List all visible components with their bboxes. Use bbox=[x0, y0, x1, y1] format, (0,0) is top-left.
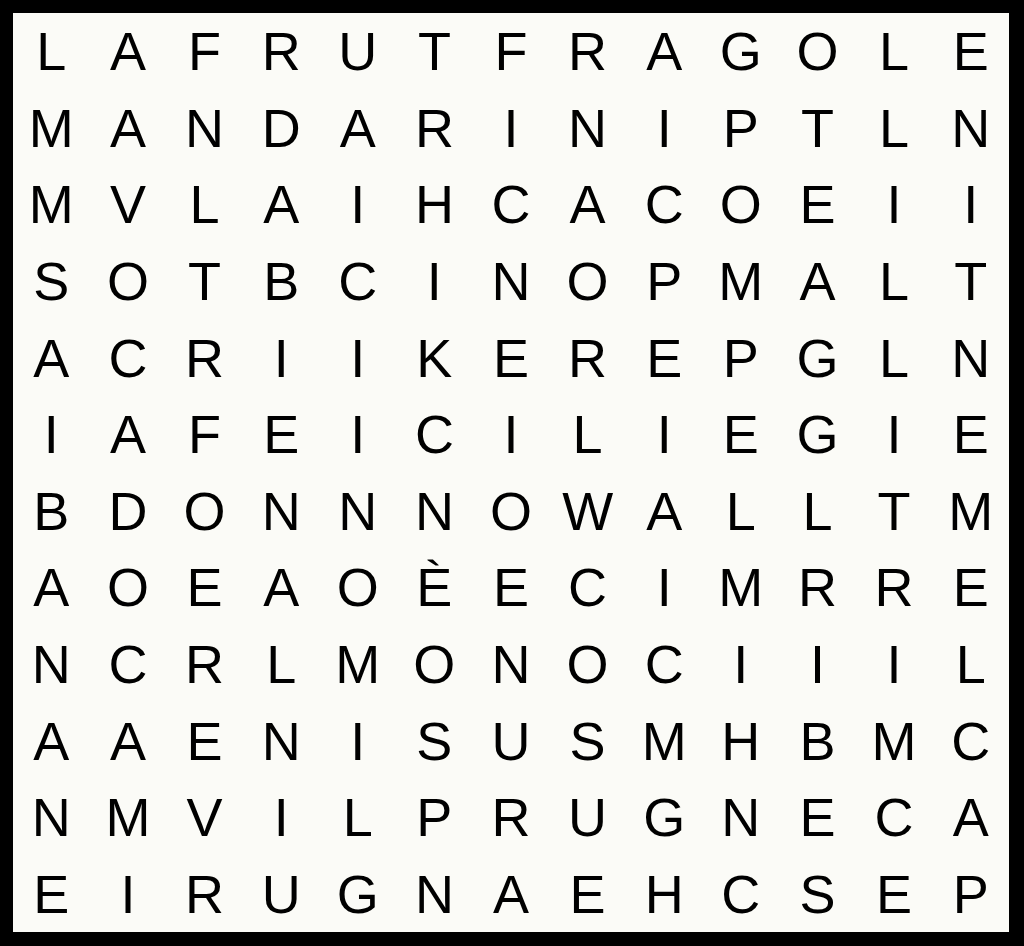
cell-r9c6-letter[interactable]: O bbox=[396, 626, 473, 703]
cell-r12c5-letter[interactable]: G bbox=[319, 855, 396, 932]
cell-r9c11-letter[interactable]: I bbox=[779, 626, 856, 703]
cell-r6c2-letter[interactable]: A bbox=[90, 396, 167, 473]
cell-r8c2-letter[interactable]: O bbox=[90, 549, 167, 626]
cell-r12c6-letter[interactable]: N bbox=[396, 855, 473, 932]
cell-r8c6-letter[interactable]: È bbox=[396, 549, 473, 626]
cell-r1c6-letter[interactable]: T bbox=[396, 13, 473, 90]
cell-r6c9-letter[interactable]: I bbox=[626, 396, 703, 473]
cell-r6c3-letter[interactable]: F bbox=[166, 396, 243, 473]
cell-r1c9-letter[interactable]: A bbox=[626, 13, 703, 90]
cell-r8c4-letter[interactable]: A bbox=[243, 549, 320, 626]
cell-r5c10-letter[interactable]: P bbox=[703, 319, 780, 396]
cell-r1c2-letter[interactable]: A bbox=[90, 13, 167, 90]
word-search-board: LAFRUTFRAGOLEMANDARINIPTLNMVLAIHCACOEIIS… bbox=[13, 13, 1009, 932]
cell-r2c2-letter[interactable]: A bbox=[90, 90, 167, 167]
cell-r11c2-letter[interactable]: M bbox=[90, 779, 167, 856]
cell-r5c1-letter[interactable]: A bbox=[13, 319, 90, 396]
cell-r6c5-letter[interactable]: I bbox=[319, 396, 396, 473]
cell-r10c9-letter[interactable]: M bbox=[626, 702, 703, 779]
cell-r11c1-letter[interactable]: N bbox=[13, 779, 90, 856]
cell-r4c8-letter[interactable]: O bbox=[549, 243, 626, 320]
cell-r8c7-letter[interactable]: E bbox=[473, 549, 550, 626]
cell-r6c8-letter[interactable]: L bbox=[549, 396, 626, 473]
cell-r10c4-letter[interactable]: N bbox=[243, 702, 320, 779]
cell-r9c5-letter[interactable]: M bbox=[319, 626, 396, 703]
cell-r6c13-letter[interactable]: E bbox=[932, 396, 1009, 473]
cell-r10c3-letter[interactable]: E bbox=[166, 702, 243, 779]
cell-r4c11-letter[interactable]: A bbox=[779, 243, 856, 320]
cell-r8c10-letter[interactable]: M bbox=[703, 549, 780, 626]
cell-r7c13-letter[interactable]: M bbox=[932, 473, 1009, 550]
cell-r10c7-letter[interactable]: U bbox=[473, 702, 550, 779]
cell-r11c6-letter[interactable]: P bbox=[396, 779, 473, 856]
cell-r11c8-letter[interactable]: U bbox=[549, 779, 626, 856]
cell-r9c9-letter[interactable]: C bbox=[626, 626, 703, 703]
cell-r6c7-letter[interactable]: I bbox=[473, 396, 550, 473]
cell-r11c12-letter[interactable]: C bbox=[856, 779, 933, 856]
cell-r3c1-letter[interactable]: M bbox=[13, 166, 90, 243]
cell-r6c12-letter[interactable]: I bbox=[856, 396, 933, 473]
cell-r3c5-letter[interactable]: I bbox=[319, 166, 396, 243]
cell-r8c3-letter[interactable]: E bbox=[166, 549, 243, 626]
cell-r4c7-letter[interactable]: N bbox=[473, 243, 550, 320]
cell-r7c1-letter[interactable]: B bbox=[13, 473, 90, 550]
cell-r3c4-letter[interactable]: A bbox=[243, 166, 320, 243]
cell-r2c1-letter[interactable]: M bbox=[13, 90, 90, 167]
cell-r3c7-letter[interactable]: C bbox=[473, 166, 550, 243]
cell-r12c1-letter[interactable]: E bbox=[13, 855, 90, 932]
cell-r9c12-letter[interactable]: I bbox=[856, 626, 933, 703]
cell-r3c8-letter[interactable]: A bbox=[549, 166, 626, 243]
cell-r12c11-letter[interactable]: S bbox=[779, 855, 856, 932]
cell-r2c9-letter[interactable]: I bbox=[626, 90, 703, 167]
cell-r1c13-letter[interactable]: E bbox=[932, 13, 1009, 90]
cell-r5c5-letter[interactable]: I bbox=[319, 319, 396, 396]
cell-r2c7-letter[interactable]: I bbox=[473, 90, 550, 167]
cell-r11c3-letter[interactable]: V bbox=[166, 779, 243, 856]
cell-r7c9-letter[interactable]: A bbox=[626, 473, 703, 550]
cell-r1c8-letter[interactable]: R bbox=[549, 13, 626, 90]
cell-r4c13-letter[interactable]: T bbox=[932, 243, 1009, 320]
cell-r5c9-letter[interactable]: E bbox=[626, 319, 703, 396]
cell-r3c2-letter[interactable]: V bbox=[90, 166, 167, 243]
cell-r10c10-letter[interactable]: H bbox=[703, 702, 780, 779]
cell-r6c1-letter[interactable]: I bbox=[13, 396, 90, 473]
cell-r7c11-letter[interactable]: L bbox=[779, 473, 856, 550]
cell-r12c4-letter[interactable]: U bbox=[243, 855, 320, 932]
cell-r7c12-letter[interactable]: T bbox=[856, 473, 933, 550]
cell-r3c3-letter[interactable]: L bbox=[166, 166, 243, 243]
cell-r11c11-letter[interactable]: E bbox=[779, 779, 856, 856]
cell-r4c12-letter[interactable]: L bbox=[856, 243, 933, 320]
cell-r9c1-letter[interactable]: N bbox=[13, 626, 90, 703]
cell-r12c8-letter[interactable]: E bbox=[549, 855, 626, 932]
cell-r11c13-letter[interactable]: A bbox=[932, 779, 1009, 856]
cell-r2c11-letter[interactable]: T bbox=[779, 90, 856, 167]
cell-r1c1-letter[interactable]: L bbox=[13, 13, 90, 90]
cell-r5c3-letter[interactable]: R bbox=[166, 319, 243, 396]
cell-r8c12-letter[interactable]: R bbox=[856, 549, 933, 626]
cell-r3c10-letter[interactable]: O bbox=[703, 166, 780, 243]
cell-r11c7-letter[interactable]: R bbox=[473, 779, 550, 856]
cell-r7c5-letter[interactable]: N bbox=[319, 473, 396, 550]
cell-r7c6-letter[interactable]: N bbox=[396, 473, 473, 550]
cell-r10c13-letter[interactable]: C bbox=[932, 702, 1009, 779]
cell-r2c4-letter[interactable]: D bbox=[243, 90, 320, 167]
cell-r4c5-letter[interactable]: C bbox=[319, 243, 396, 320]
cell-r5c2-letter[interactable]: C bbox=[90, 319, 167, 396]
cell-r1c10-letter[interactable]: G bbox=[703, 13, 780, 90]
cell-r11c10-letter[interactable]: N bbox=[703, 779, 780, 856]
cell-r6c10-letter[interactable]: E bbox=[703, 396, 780, 473]
cell-r5c8-letter[interactable]: R bbox=[549, 319, 626, 396]
cell-r11c9-letter[interactable]: G bbox=[626, 779, 703, 856]
cell-r11c4-letter[interactable]: I bbox=[243, 779, 320, 856]
cell-r4c2-letter[interactable]: O bbox=[90, 243, 167, 320]
cell-r2c5-letter[interactable]: A bbox=[319, 90, 396, 167]
cell-r12c9-letter[interactable]: H bbox=[626, 855, 703, 932]
cell-r12c2-letter[interactable]: I bbox=[90, 855, 167, 932]
cell-r9c13-letter[interactable]: L bbox=[932, 626, 1009, 703]
cell-r2c3-letter[interactable]: N bbox=[166, 90, 243, 167]
cell-r8c5-letter[interactable]: O bbox=[319, 549, 396, 626]
cell-r2c10-letter[interactable]: P bbox=[703, 90, 780, 167]
cell-r1c4-letter[interactable]: R bbox=[243, 13, 320, 90]
cell-r10c2-letter[interactable]: A bbox=[90, 702, 167, 779]
cell-r9c10-letter[interactable]: I bbox=[703, 626, 780, 703]
cell-r10c12-letter[interactable]: M bbox=[856, 702, 933, 779]
cell-r12c12-letter[interactable]: E bbox=[856, 855, 933, 932]
cell-r8c8-letter[interactable]: C bbox=[549, 549, 626, 626]
cell-r2c8-letter[interactable]: N bbox=[549, 90, 626, 167]
cell-r6c4-letter[interactable]: E bbox=[243, 396, 320, 473]
cell-r3c6-letter[interactable]: H bbox=[396, 166, 473, 243]
cell-r10c11-letter[interactable]: B bbox=[779, 702, 856, 779]
cell-r8c13-letter[interactable]: E bbox=[932, 549, 1009, 626]
cell-r2c6-letter[interactable]: R bbox=[396, 90, 473, 167]
cell-r4c1-letter[interactable]: S bbox=[13, 243, 90, 320]
cell-r12c7-letter[interactable]: A bbox=[473, 855, 550, 932]
cell-r7c7-letter[interactable]: O bbox=[473, 473, 550, 550]
cell-r1c5-letter[interactable]: U bbox=[319, 13, 396, 90]
cell-r1c7-letter[interactable]: F bbox=[473, 13, 550, 90]
cell-r5c4-letter[interactable]: I bbox=[243, 319, 320, 396]
cell-r5c13-letter[interactable]: N bbox=[932, 319, 1009, 396]
cell-r3c9-letter[interactable]: C bbox=[626, 166, 703, 243]
cell-r10c8-letter[interactable]: S bbox=[549, 702, 626, 779]
cell-r12c13-letter[interactable]: P bbox=[932, 855, 1009, 932]
cell-r7c3-letter[interactable]: O bbox=[166, 473, 243, 550]
cell-r2c13-letter[interactable]: N bbox=[932, 90, 1009, 167]
cell-r9c2-letter[interactable]: C bbox=[90, 626, 167, 703]
cell-r10c6-letter[interactable]: S bbox=[396, 702, 473, 779]
cell-r4c10-letter[interactable]: M bbox=[703, 243, 780, 320]
cell-r6c11-letter[interactable]: G bbox=[779, 396, 856, 473]
cell-r4c9-letter[interactable]: P bbox=[626, 243, 703, 320]
cell-r6c6-letter[interactable]: C bbox=[396, 396, 473, 473]
cell-r3c13-letter[interactable]: I bbox=[932, 166, 1009, 243]
cell-r8c9-letter[interactable]: I bbox=[626, 549, 703, 626]
cell-r10c5-letter[interactable]: I bbox=[319, 702, 396, 779]
cell-r5c6-letter[interactable]: K bbox=[396, 319, 473, 396]
cell-r9c3-letter[interactable]: R bbox=[166, 626, 243, 703]
cell-r5c12-letter[interactable]: L bbox=[856, 319, 933, 396]
cell-r5c11-letter[interactable]: G bbox=[779, 319, 856, 396]
cell-r9c7-letter[interactable]: N bbox=[473, 626, 550, 703]
cell-r4c3-letter[interactable]: T bbox=[166, 243, 243, 320]
cell-r9c8-letter[interactable]: O bbox=[549, 626, 626, 703]
cell-r10c1-letter[interactable]: A bbox=[13, 702, 90, 779]
cell-r8c11-letter[interactable]: R bbox=[779, 549, 856, 626]
cell-r8c1-letter[interactable]: A bbox=[13, 549, 90, 626]
cell-r4c4-letter[interactable]: B bbox=[243, 243, 320, 320]
cell-r7c8-letter[interactable]: W bbox=[549, 473, 626, 550]
cell-r4c6-letter[interactable]: I bbox=[396, 243, 473, 320]
cell-r7c2-letter[interactable]: D bbox=[90, 473, 167, 550]
cell-r12c3-letter[interactable]: R bbox=[166, 855, 243, 932]
cell-r7c4-letter[interactable]: N bbox=[243, 473, 320, 550]
cell-r1c3-letter[interactable]: F bbox=[166, 13, 243, 90]
cell-r3c12-letter[interactable]: I bbox=[856, 166, 933, 243]
cell-r7c10-letter[interactable]: L bbox=[703, 473, 780, 550]
cell-r11c5-letter[interactable]: L bbox=[319, 779, 396, 856]
cell-r1c11-letter[interactable]: O bbox=[779, 13, 856, 90]
cell-r3c11-letter[interactable]: E bbox=[779, 166, 856, 243]
cell-r1c12-letter[interactable]: L bbox=[856, 13, 933, 90]
cell-r9c4-letter[interactable]: L bbox=[243, 626, 320, 703]
cell-r12c10-letter[interactable]: C bbox=[703, 855, 780, 932]
cell-r5c7-letter[interactable]: E bbox=[473, 319, 550, 396]
cell-r2c12-letter[interactable]: L bbox=[856, 90, 933, 167]
